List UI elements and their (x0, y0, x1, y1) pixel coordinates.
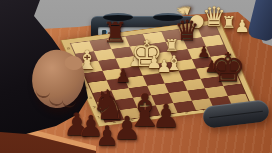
chess-board: abcdefgh 87654321 (77, 0, 241, 153)
chess-game-photo: 8:88 8:88 abcdefgh 87654321 ♞●♛♜♟ ♜♝♟♟♚♟… (0, 0, 272, 153)
player-hand (28, 47, 88, 114)
rank-label-2: 2 (92, 106, 97, 110)
file-label-a: a (112, 120, 117, 124)
rank-label-8: 8 (66, 47, 71, 51)
file-label-b: b (130, 118, 135, 122)
file-label-d: d (166, 113, 171, 117)
file-label-c: c (148, 116, 152, 120)
file-label-e: e (184, 111, 189, 115)
rank-label-3: 3 (88, 96, 93, 100)
rank-label-1: 1 (97, 115, 102, 119)
